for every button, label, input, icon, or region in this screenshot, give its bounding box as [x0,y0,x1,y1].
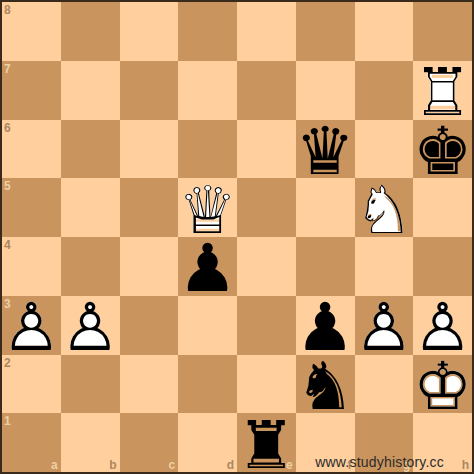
square-f6: ♛ [296,120,355,179]
square-g7 [355,61,414,120]
square-b2 [61,355,120,414]
square-d1: d [178,413,237,472]
white-knight-outline: ♘ [355,181,414,240]
square-c7 [120,61,179,120]
square-c5 [120,178,179,237]
square-f4 [296,237,355,296]
square-b4 [61,237,120,296]
black-king-glyph: ♚ [413,123,472,182]
square-b3: ♟♙ [61,296,120,355]
rank-label-1: 1 [4,415,11,427]
white-pawn-outline: ♙ [413,299,472,358]
square-a7: 7 [2,61,61,120]
file-label-h: h [462,459,469,471]
square-b7 [61,61,120,120]
square-c2 [120,355,179,414]
square-c6 [120,120,179,179]
square-b6 [61,120,120,179]
square-e2 [237,355,296,414]
white-queen-piece: ♛♕ [178,178,237,237]
square-f3: ♟ [296,296,355,355]
square-h5 [413,178,472,237]
square-a2: 2 [2,355,61,414]
square-d8 [178,2,237,61]
white-pawn-fill: ♟ [61,299,120,358]
square-d7 [178,61,237,120]
square-h6: ♚ [413,120,472,179]
white-king-fill: ♚ [413,358,472,417]
rank-label-8: 8 [4,4,11,16]
white-rook-fill: ♜ [413,64,472,123]
square-g3: ♟♙ [355,296,414,355]
square-h3: ♟♙ [413,296,472,355]
white-pawn-outline: ♙ [355,299,414,358]
square-b1: b [61,413,120,472]
black-queen-piece: ♛ [296,120,355,179]
square-g2 [355,355,414,414]
square-c1: c [120,413,179,472]
square-d6 [178,120,237,179]
white-pawn-piece: ♟♙ [413,296,472,355]
square-d2 [178,355,237,414]
chess-diagram: 87♜♖6♛♚5♛♕♞♘4♟3♟♙♟♙♟♟♙♟♙2♞♚♔1abcde♜fgh w… [0,0,474,474]
white-pawn-piece: ♟♙ [2,296,61,355]
square-e1: e♜ [237,413,296,472]
square-c3 [120,296,179,355]
white-knight-piece: ♞♘ [355,178,414,237]
rank-label-7: 7 [4,63,11,75]
square-c4 [120,237,179,296]
black-king-piece: ♚ [413,120,472,179]
black-rook-glyph: ♜ [237,416,296,474]
file-label-a: a [51,459,58,471]
square-b5 [61,178,120,237]
square-e7 [237,61,296,120]
square-d4: ♟ [178,237,237,296]
file-label-b: b [109,459,116,471]
square-b8 [61,2,120,61]
square-e4 [237,237,296,296]
file-label-c: c [169,459,176,471]
square-f2: ♞ [296,355,355,414]
square-e5 [237,178,296,237]
watermark-text: www.studyhistory.cc [315,454,444,470]
rank-label-6: 6 [4,122,11,134]
white-knight-fill: ♞ [355,181,414,240]
rank-label-4: 4 [4,239,11,251]
square-e3 [237,296,296,355]
white-rook-piece: ♜♖ [413,61,472,120]
white-pawn-fill: ♟ [355,299,414,358]
square-d3 [178,296,237,355]
rank-label-2: 2 [4,357,11,369]
square-h7: ♜♖ [413,61,472,120]
white-pawn-fill: ♟ [413,299,472,358]
square-g6 [355,120,414,179]
square-h2: ♚♔ [413,355,472,414]
square-f8 [296,2,355,61]
square-a6: 6 [2,120,61,179]
square-h4 [413,237,472,296]
square-a1: 1a [2,413,61,472]
chess-board: 87♜♖6♛♚5♛♕♞♘4♟3♟♙♟♙♟♟♙♟♙2♞♚♔1abcde♜fgh [0,0,474,474]
square-f5 [296,178,355,237]
rank-label-5: 5 [4,180,11,192]
black-pawn-glyph: ♟ [296,299,355,358]
white-pawn-piece: ♟♙ [61,296,120,355]
file-label-d: d [227,459,234,471]
square-h8 [413,2,472,61]
black-rook-piece: ♜ [237,413,296,472]
square-a8: 8 [2,2,61,61]
white-king-outline: ♔ [413,358,472,417]
black-knight-glyph: ♞ [296,358,355,417]
black-pawn-glyph: ♟ [178,240,237,299]
square-a5: 5 [2,178,61,237]
square-g5: ♞♘ [355,178,414,237]
white-pawn-fill: ♟ [2,299,61,358]
square-c8 [120,2,179,61]
black-knight-piece: ♞ [296,355,355,414]
white-king-piece: ♚♔ [413,355,472,414]
square-a3: 3♟♙ [2,296,61,355]
black-pawn-piece: ♟ [296,296,355,355]
square-g8 [355,2,414,61]
square-e8 [237,2,296,61]
white-queen-fill: ♛ [178,181,237,240]
black-pawn-piece: ♟ [178,237,237,296]
square-d5: ♛♕ [178,178,237,237]
white-pawn-outline: ♙ [2,299,61,358]
black-queen-glyph: ♛ [296,123,355,182]
square-a4: 4 [2,237,61,296]
white-pawn-outline: ♙ [61,299,120,358]
square-g4 [355,237,414,296]
square-f7 [296,61,355,120]
white-pawn-piece: ♟♙ [355,296,414,355]
white-rook-outline: ♖ [413,64,472,123]
square-e6 [237,120,296,179]
white-queen-outline: ♕ [178,181,237,240]
